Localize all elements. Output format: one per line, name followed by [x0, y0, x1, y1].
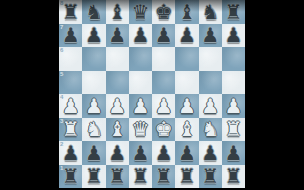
square-e1[interactable]: ♜ [152, 165, 175, 189]
square-c5[interactable] [106, 71, 129, 95]
piece-black-rook[interactable]: ♜ [152, 165, 175, 189]
piece-white-knight[interactable]: ♞ [82, 118, 105, 142]
piece-black-queen[interactable]: ♛ [129, 0, 152, 24]
square-e4[interactable]: ♟ [152, 94, 175, 118]
square-b4[interactable]: ♟ [82, 94, 105, 118]
piece-black-rook[interactable]: ♜ [222, 0, 245, 24]
piece-black-pawn[interactable]: ♟ [59, 141, 82, 165]
square-a3[interactable]: 3♜ [59, 118, 82, 142]
square-b2[interactable]: ♟ [82, 141, 105, 165]
piece-black-pawn[interactable]: ♟ [129, 141, 152, 165]
piece-black-pawn[interactable]: ♟ [199, 24, 222, 48]
square-g6[interactable] [199, 47, 222, 71]
piece-white-pawn[interactable]: ♟ [59, 94, 82, 118]
piece-white-pawn[interactable]: ♟ [82, 94, 105, 118]
square-g5[interactable] [199, 71, 222, 95]
square-h2[interactable]: ♟ [222, 141, 245, 165]
piece-black-pawn[interactable]: ♟ [129, 24, 152, 48]
square-f5[interactable] [175, 71, 198, 95]
square-d6[interactable] [129, 47, 152, 71]
piece-black-pawn[interactable]: ♟ [175, 141, 198, 165]
piece-black-pawn[interactable]: ♟ [82, 24, 105, 48]
letterbox-right [245, 0, 304, 190]
square-a7[interactable]: 7♟ [59, 24, 82, 48]
square-g1[interactable]: ♜ [199, 165, 222, 189]
piece-black-pawn[interactable]: ♟ [106, 141, 129, 165]
square-b3[interactable]: ♞ [82, 118, 105, 142]
piece-black-king[interactable]: ♚ [152, 0, 175, 24]
piece-white-pawn[interactable]: ♟ [129, 94, 152, 118]
square-g8[interactable]: ♞ [199, 0, 222, 24]
rank-label-6: 6 [60, 47, 63, 54]
square-b1[interactable]: ♜ [82, 165, 105, 189]
square-f1[interactable]: ♜ [175, 165, 198, 189]
square-e7[interactable]: ♟ [152, 24, 175, 48]
square-h5[interactable] [222, 71, 245, 95]
piece-white-knight[interactable]: ♞ [199, 118, 222, 142]
piece-black-rook[interactable]: ♜ [199, 165, 222, 189]
piece-black-pawn[interactable]: ♟ [106, 24, 129, 48]
piece-white-pawn[interactable]: ♟ [175, 94, 198, 118]
square-d7[interactable]: ♟ [129, 24, 152, 48]
piece-white-rook[interactable]: ♜ [59, 118, 82, 142]
square-h3[interactable]: ♜ [222, 118, 245, 142]
piece-black-pawn[interactable]: ♟ [199, 141, 222, 165]
square-h6[interactable] [222, 47, 245, 71]
piece-black-rook[interactable]: ♜ [59, 165, 82, 189]
piece-black-rook[interactable]: ♜ [175, 165, 198, 189]
square-c7[interactable]: ♟ [106, 24, 129, 48]
piece-white-rook[interactable]: ♜ [222, 118, 245, 142]
square-e6[interactable] [152, 47, 175, 71]
square-b8[interactable]: ♞ [82, 0, 105, 24]
chess-board[interactable]: 8♜♞♝♛♚♝♞♜7♟♟♟♟♟♟♟♟654♟♟♟♟♟♟♟♟3♜♞♝♛♚♝♞♜2♟… [59, 0, 245, 188]
square-a8[interactable]: 8♜ [59, 0, 82, 24]
letterbox-bottom [0, 188, 304, 190]
square-h8[interactable]: ♜ [222, 0, 245, 24]
piece-white-king[interactable]: ♚ [152, 118, 175, 142]
square-c3[interactable]: ♝ [106, 118, 129, 142]
square-f4[interactable]: ♟ [175, 94, 198, 118]
square-f6[interactable] [175, 47, 198, 71]
square-a6[interactable]: 6 [59, 47, 82, 71]
square-b6[interactable] [82, 47, 105, 71]
square-f7[interactable]: ♟ [175, 24, 198, 48]
square-g7[interactable]: ♟ [199, 24, 222, 48]
square-a2[interactable]: 2♟ [59, 141, 82, 165]
piece-white-queen[interactable]: ♛ [129, 118, 152, 142]
square-f3[interactable]: ♝ [175, 118, 198, 142]
square-g3[interactable]: ♞ [199, 118, 222, 142]
square-h4[interactable]: ♟ [222, 94, 245, 118]
square-d1[interactable]: ♜ [129, 165, 152, 189]
piece-black-rook[interactable]: ♜ [106, 165, 129, 189]
piece-black-pawn[interactable]: ♟ [59, 24, 82, 48]
square-d8[interactable]: ♛ [129, 0, 152, 24]
piece-black-pawn[interactable]: ♟ [152, 24, 175, 48]
square-e3[interactable]: ♚ [152, 118, 175, 142]
piece-black-bishop[interactable]: ♝ [106, 0, 129, 24]
piece-white-pawn[interactable]: ♟ [222, 94, 245, 118]
square-g2[interactable]: ♟ [199, 141, 222, 165]
square-h1[interactable]: ♜ [222, 165, 245, 189]
square-h7[interactable]: ♟ [222, 24, 245, 48]
square-c4[interactable]: ♟ [106, 94, 129, 118]
square-c8[interactable]: ♝ [106, 0, 129, 24]
piece-white-pawn[interactable]: ♟ [106, 94, 129, 118]
square-b7[interactable]: ♟ [82, 24, 105, 48]
square-a4[interactable]: 4♟ [59, 94, 82, 118]
square-g4[interactable]: ♟ [199, 94, 222, 118]
square-a5[interactable]: 5 [59, 71, 82, 95]
square-d3[interactable]: ♛ [129, 118, 152, 142]
square-d4[interactable]: ♟ [129, 94, 152, 118]
square-c1[interactable]: ♜ [106, 165, 129, 189]
piece-white-bishop[interactable]: ♝ [175, 118, 198, 142]
piece-black-rook[interactable]: ♜ [59, 0, 82, 24]
piece-black-bishop[interactable]: ♝ [175, 0, 198, 24]
letterbox-left [0, 0, 59, 190]
piece-black-pawn[interactable]: ♟ [82, 141, 105, 165]
piece-black-knight[interactable]: ♞ [82, 0, 105, 24]
piece-black-knight[interactable]: ♞ [199, 0, 222, 24]
square-c6[interactable] [106, 47, 129, 71]
square-f8[interactable]: ♝ [175, 0, 198, 24]
square-c2[interactable]: ♟ [106, 141, 129, 165]
square-d2[interactable]: ♟ [129, 141, 152, 165]
piece-white-pawn[interactable]: ♟ [152, 94, 175, 118]
square-e2[interactable]: ♟ [152, 141, 175, 165]
piece-black-pawn[interactable]: ♟ [222, 141, 245, 165]
piece-black-rook[interactable]: ♜ [222, 165, 245, 189]
piece-black-pawn[interactable]: ♟ [175, 24, 198, 48]
piece-black-pawn[interactable]: ♟ [152, 141, 175, 165]
square-a1[interactable]: 1♜ [59, 165, 82, 189]
piece-black-rook[interactable]: ♜ [129, 165, 152, 189]
piece-black-rook[interactable]: ♜ [82, 165, 105, 189]
square-e8[interactable]: ♚ [152, 0, 175, 24]
rank-label-5: 5 [60, 71, 63, 78]
piece-black-pawn[interactable]: ♟ [222, 24, 245, 48]
piece-white-pawn[interactable]: ♟ [199, 94, 222, 118]
square-d5[interactable] [129, 71, 152, 95]
piece-white-bishop[interactable]: ♝ [106, 118, 129, 142]
chess-app-screenshot: 8♜♞♝♛♚♝♞♜7♟♟♟♟♟♟♟♟654♟♟♟♟♟♟♟♟3♜♞♝♛♚♝♞♜2♟… [0, 0, 304, 190]
square-f2[interactable]: ♟ [175, 141, 198, 165]
square-b5[interactable] [82, 71, 105, 95]
square-e5[interactable] [152, 71, 175, 95]
